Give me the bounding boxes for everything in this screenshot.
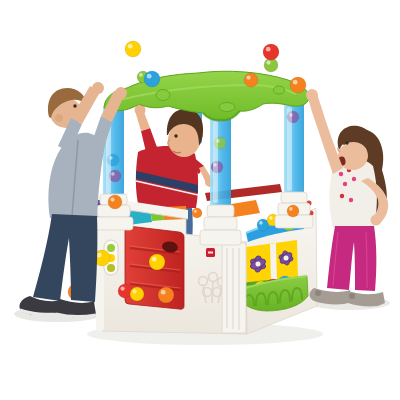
front-corner-post	[222, 243, 246, 333]
play-ball-orange	[158, 287, 174, 303]
child-left-hand-a	[92, 82, 104, 94]
activity-button-olive	[107, 264, 115, 272]
activity-button-green	[107, 244, 115, 252]
play-ball-yellow	[149, 254, 165, 270]
play-ball-orange	[244, 73, 258, 87]
roof-knob-front	[219, 103, 235, 112]
play-ball-yellow	[125, 41, 141, 57]
child-right-shoe-pom-back	[315, 290, 321, 296]
play-ball-orange	[108, 195, 122, 209]
play-ball-red	[263, 44, 279, 60]
child-left-hand-b	[115, 87, 127, 99]
play-ball-orange	[290, 77, 306, 93]
child-left-ear	[55, 114, 63, 122]
child-left-eye	[73, 104, 76, 107]
play-ball-orange	[287, 205, 299, 217]
child-right-shoe-pom-front	[349, 293, 355, 299]
child-middle-eye	[174, 134, 177, 137]
roof-knob-right	[274, 86, 285, 94]
play-ball-yellow	[130, 287, 144, 301]
photo-canvas	[0, 0, 400, 400]
child-right-hand-bent	[371, 215, 382, 226]
spinner-panel-divider	[270, 243, 277, 283]
play-ball-orange	[192, 208, 202, 218]
playhouse-scene	[0, 0, 400, 400]
brand-badge	[206, 248, 215, 257]
child-right-eye	[345, 141, 348, 144]
play-ball-blue	[144, 71, 160, 87]
roof-knob-left	[156, 90, 170, 101]
child-right-hand-raised	[306, 89, 318, 101]
